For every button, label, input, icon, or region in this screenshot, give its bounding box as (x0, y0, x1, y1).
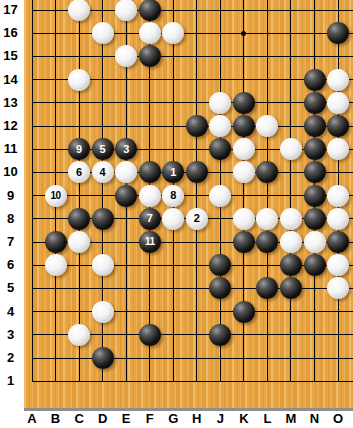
stone-white-C10[interactable]: 6 (68, 161, 90, 183)
grid-line-col-D (102, 0, 103, 382)
row-label-3: 3 (0, 328, 21, 342)
move-number-label: 7 (147, 213, 153, 224)
col-label-B: B (47, 410, 64, 428)
col-label-H: H (188, 410, 205, 428)
grid-line-row-5 (32, 288, 353, 289)
move-number-label: 11 (145, 237, 155, 247)
stone-white-D6[interactable] (92, 254, 114, 276)
grid-line-row-2 (32, 358, 353, 359)
stone-black-J11[interactable] (209, 138, 231, 160)
stone-white-D10[interactable]: 4 (92, 161, 114, 183)
col-label-A: A (24, 410, 41, 428)
stone-black-N12[interactable] (304, 115, 326, 137)
stone-white-E17[interactable] (115, 0, 137, 21)
stone-black-H12[interactable] (186, 115, 208, 137)
move-number-label: 2 (194, 213, 200, 224)
stone-white-M11[interactable] (280, 138, 302, 160)
row-label-2: 2 (0, 351, 21, 365)
stone-black-F17[interactable] (139, 0, 161, 21)
stone-black-L7[interactable] (256, 231, 278, 253)
stone-black-F7[interactable]: 11 (139, 231, 161, 253)
stone-white-C7[interactable] (68, 231, 90, 253)
stone-white-M7[interactable] (280, 231, 302, 253)
stone-black-F15[interactable] (139, 45, 161, 67)
row-label-9: 9 (0, 189, 21, 203)
col-label-N: N (306, 410, 323, 428)
col-label-O: O (330, 410, 347, 428)
row-label-4: 4 (0, 305, 21, 319)
stone-white-K8[interactable] (233, 208, 255, 230)
stone-black-L10[interactable] (256, 161, 278, 183)
stone-black-M5[interactable] (280, 277, 302, 299)
move-number-label: 10 (50, 191, 60, 201)
row-label-8: 8 (0, 212, 21, 226)
stone-black-O7[interactable] (327, 231, 349, 253)
stone-black-E9[interactable] (115, 185, 137, 207)
col-label-D: D (94, 410, 111, 428)
stone-black-F10[interactable] (139, 161, 161, 183)
stone-black-F3[interactable] (139, 324, 161, 346)
stone-white-J12[interactable] (209, 115, 231, 137)
col-label-M: M (282, 410, 299, 428)
stone-white-J9[interactable] (209, 185, 231, 207)
move-number-label: 1 (170, 167, 176, 178)
stone-white-N7[interactable] (304, 231, 326, 253)
move-number-label: 9 (76, 144, 82, 155)
stone-white-G8[interactable] (162, 208, 184, 230)
stone-white-L12[interactable] (256, 115, 278, 137)
stone-white-F16[interactable] (139, 22, 161, 44)
col-label-G: G (165, 410, 182, 428)
stone-black-N6[interactable] (304, 254, 326, 276)
stone-white-C3[interactable] (68, 324, 90, 346)
stone-white-D16[interactable] (92, 22, 114, 44)
stone-white-E10[interactable] (115, 161, 137, 183)
stone-white-B6[interactable] (45, 254, 67, 276)
stone-white-C14[interactable] (68, 69, 90, 91)
star-point-K16 (241, 31, 246, 36)
stone-white-K11[interactable] (233, 138, 255, 160)
stone-black-O16[interactable] (327, 22, 349, 44)
stone-white-E15[interactable] (115, 45, 137, 67)
stone-black-N8[interactable] (304, 208, 326, 230)
stone-black-C11[interactable]: 9 (68, 138, 90, 160)
stone-white-G16[interactable] (162, 22, 184, 44)
row-label-10: 10 (0, 165, 21, 179)
col-label-F: F (141, 410, 158, 428)
stone-black-D8[interactable] (92, 208, 114, 230)
stone-black-B7[interactable] (45, 231, 67, 253)
stone-black-K12[interactable] (233, 115, 255, 137)
move-number-label: 5 (100, 144, 106, 155)
stone-black-O12[interactable] (327, 115, 349, 137)
stone-black-C8[interactable] (68, 208, 90, 230)
stone-black-H10[interactable] (186, 161, 208, 183)
grid-line-row-1 (32, 381, 353, 382)
grid-line-col-A (32, 0, 33, 382)
stone-black-J3[interactable] (209, 324, 231, 346)
stone-black-L5[interactable] (256, 277, 278, 299)
grid-line-row-4 (32, 311, 353, 312)
stone-black-E11[interactable]: 3 (115, 138, 137, 160)
grid-line-row-15 (32, 56, 353, 57)
stone-white-M8[interactable] (280, 208, 302, 230)
col-label-K: K (235, 410, 252, 428)
stone-white-C17[interactable] (68, 0, 90, 21)
row-label-7: 7 (0, 235, 21, 249)
stone-white-B9[interactable]: 10 (45, 185, 67, 207)
stone-white-G9[interactable]: 8 (162, 185, 184, 207)
grid-line-col-M (290, 0, 291, 382)
grid-line-row-16 (32, 33, 353, 34)
col-label-C: C (71, 410, 88, 428)
go-board[interactable]: 9536411087211 (24, 0, 353, 411)
stone-black-G10[interactable]: 1 (162, 161, 184, 183)
stone-black-D11[interactable]: 5 (92, 138, 114, 160)
stone-white-H8[interactable]: 2 (186, 208, 208, 230)
move-number-label: 8 (170, 190, 176, 201)
row-label-17: 17 (0, 3, 21, 17)
col-label-E: E (118, 410, 135, 428)
stone-black-N10[interactable] (304, 161, 326, 183)
stone-black-N9[interactable] (304, 185, 326, 207)
row-label-14: 14 (0, 73, 21, 87)
stone-black-F8[interactable]: 7 (139, 208, 161, 230)
row-label-13: 13 (0, 96, 21, 110)
row-label-5: 5 (0, 281, 21, 295)
stone-black-N13[interactable] (304, 92, 326, 114)
row-label-1: 1 (0, 374, 21, 388)
stone-white-O6[interactable] (327, 254, 349, 276)
row-label-6: 6 (0, 258, 21, 272)
stone-black-D2[interactable] (92, 347, 114, 369)
stone-black-J5[interactable] (209, 277, 231, 299)
grid-line-col-H (196, 0, 197, 382)
stone-black-K4[interactable] (233, 301, 255, 323)
stone-white-O13[interactable] (327, 92, 349, 114)
stone-white-K10[interactable] (233, 161, 255, 183)
stone-white-J13[interactable] (209, 92, 231, 114)
stone-white-O11[interactable] (327, 138, 349, 160)
row-label-15: 15 (0, 49, 21, 63)
stone-black-N14[interactable] (304, 69, 326, 91)
col-label-L: L (259, 410, 276, 428)
stone-white-L8[interactable] (256, 208, 278, 230)
stone-black-N11[interactable] (304, 138, 326, 160)
stone-white-O5[interactable] (327, 277, 349, 299)
move-number-label: 3 (123, 144, 129, 155)
stone-white-D4[interactable] (92, 301, 114, 323)
row-label-16: 16 (0, 26, 21, 40)
stone-black-M6[interactable] (280, 254, 302, 276)
stone-white-O14[interactable] (327, 69, 349, 91)
row-label-11: 11 (0, 142, 21, 156)
stone-black-K7[interactable] (233, 231, 255, 253)
stone-white-O8[interactable] (327, 208, 349, 230)
grid-line-col-K (243, 0, 244, 382)
go-diagram-page: { "game": "go", "board_view": { "descrip… (0, 0, 353, 428)
stone-black-K13[interactable] (233, 92, 255, 114)
move-number-label: 6 (76, 167, 82, 178)
col-label-J: J (212, 410, 229, 428)
row-label-12: 12 (0, 119, 21, 133)
stone-white-F9[interactable] (139, 185, 161, 207)
stone-black-J6[interactable] (209, 254, 231, 276)
grid-line-col-L (267, 0, 268, 382)
move-number-label: 4 (100, 167, 106, 178)
stone-white-O9[interactable] (327, 185, 349, 207)
